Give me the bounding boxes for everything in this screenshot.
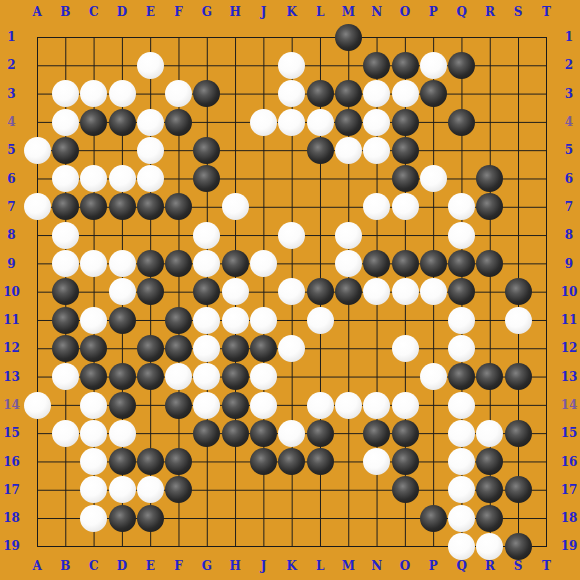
intersection-E19[interactable] [136, 532, 164, 560]
intersection-S1[interactable] [504, 23, 532, 51]
intersection-K7[interactable] [278, 193, 306, 221]
intersection-S8[interactable] [504, 221, 532, 249]
intersection-G11[interactable]: ○ [193, 306, 221, 334]
intersection-E12[interactable]: ● [136, 334, 164, 362]
intersection-M6[interactable] [334, 164, 362, 192]
intersection-T5[interactable] [532, 136, 560, 164]
intersection-T2[interactable] [532, 51, 560, 79]
intersection-A19[interactable] [23, 532, 51, 560]
intersection-N8[interactable] [363, 221, 391, 249]
intersection-L18[interactable] [306, 504, 334, 532]
intersection-O6[interactable]: ● [391, 164, 419, 192]
intersection-F6[interactable] [164, 164, 192, 192]
intersection-C7[interactable]: ● [80, 193, 108, 221]
intersection-K1[interactable] [278, 23, 306, 51]
intersection-M7[interactable] [334, 193, 362, 221]
intersection-T10[interactable] [532, 278, 560, 306]
intersection-R11[interactable] [476, 306, 504, 334]
intersection-O1[interactable] [391, 23, 419, 51]
intersection-H14[interactable]: ● [221, 391, 249, 419]
intersection-A12[interactable] [23, 334, 51, 362]
intersection-B16[interactable] [51, 447, 79, 475]
intersection-F2[interactable] [164, 51, 192, 79]
intersection-D12[interactable] [108, 334, 136, 362]
intersection-Q13[interactable]: ● [447, 363, 475, 391]
intersection-J6[interactable] [249, 164, 277, 192]
intersection-D6[interactable]: ○ [108, 164, 136, 192]
intersection-N3[interactable]: ○ [363, 80, 391, 108]
intersection-L15[interactable]: ● [306, 419, 334, 447]
intersection-J14[interactable]: ○ [249, 391, 277, 419]
intersection-R7[interactable]: ● [476, 193, 504, 221]
intersection-F1[interactable] [164, 23, 192, 51]
intersection-B13[interactable]: ○ [51, 363, 79, 391]
intersection-P16[interactable] [419, 447, 447, 475]
intersection-O7[interactable]: ○ [391, 193, 419, 221]
intersection-J7[interactable] [249, 193, 277, 221]
intersection-P11[interactable] [419, 306, 447, 334]
intersection-M17[interactable] [334, 476, 362, 504]
intersection-P5[interactable] [419, 136, 447, 164]
intersection-F8[interactable] [164, 221, 192, 249]
intersection-T13[interactable] [532, 363, 560, 391]
intersection-O19[interactable] [391, 532, 419, 560]
intersection-Q16[interactable]: ○ [447, 447, 475, 475]
intersection-T16[interactable] [532, 447, 560, 475]
intersection-C5[interactable] [80, 136, 108, 164]
intersection-Q19[interactable]: ○ [447, 532, 475, 560]
intersection-S2[interactable] [504, 51, 532, 79]
intersection-Q6[interactable] [447, 164, 475, 192]
intersection-B6[interactable]: ○ [51, 164, 79, 192]
intersection-L3[interactable]: ● [306, 80, 334, 108]
intersection-P10[interactable]: ○ [419, 278, 447, 306]
intersection-D2[interactable] [108, 51, 136, 79]
intersection-G7[interactable] [193, 193, 221, 221]
intersection-Q18[interactable]: ○ [447, 504, 475, 532]
intersection-G4[interactable] [193, 108, 221, 136]
intersection-J13[interactable]: ○ [249, 363, 277, 391]
intersection-G17[interactable] [193, 476, 221, 504]
intersection-R16[interactable]: ● [476, 447, 504, 475]
intersection-D7[interactable]: ● [108, 193, 136, 221]
intersection-O9[interactable]: ● [391, 249, 419, 277]
intersection-M15[interactable] [334, 419, 362, 447]
intersection-N1[interactable] [363, 23, 391, 51]
intersection-P3[interactable]: ● [419, 80, 447, 108]
intersection-M9[interactable]: ○ [334, 249, 362, 277]
intersection-H5[interactable] [221, 136, 249, 164]
intersection-B7[interactable]: ● [51, 193, 79, 221]
intersection-A7[interactable]: ○ [23, 193, 51, 221]
intersection-J8[interactable] [249, 221, 277, 249]
intersection-K13[interactable] [278, 363, 306, 391]
intersection-B5[interactable]: ● [51, 136, 79, 164]
intersection-K16[interactable]: ● [278, 447, 306, 475]
intersection-C14[interactable]: ○ [80, 391, 108, 419]
intersection-E18[interactable]: ● [136, 504, 164, 532]
intersection-K11[interactable] [278, 306, 306, 334]
intersection-Q9[interactable]: ● [447, 249, 475, 277]
intersection-Q14[interactable]: ○ [447, 391, 475, 419]
intersection-F17[interactable]: ● [164, 476, 192, 504]
intersection-J18[interactable] [249, 504, 277, 532]
intersection-P17[interactable] [419, 476, 447, 504]
intersection-O13[interactable] [391, 363, 419, 391]
intersection-B15[interactable]: ○ [51, 419, 79, 447]
intersection-Q17[interactable]: ○ [447, 476, 475, 504]
intersection-D9[interactable]: ○ [108, 249, 136, 277]
intersection-B8[interactable]: ○ [51, 221, 79, 249]
intersection-P18[interactable]: ● [419, 504, 447, 532]
intersection-B9[interactable]: ○ [51, 249, 79, 277]
intersection-G5[interactable]: ● [193, 136, 221, 164]
intersection-P13[interactable]: ○ [419, 363, 447, 391]
intersection-D14[interactable]: ● [108, 391, 136, 419]
intersection-R10[interactable] [476, 278, 504, 306]
intersection-S19[interactable]: ● [504, 532, 532, 560]
intersection-P8[interactable] [419, 221, 447, 249]
intersection-J15[interactable]: ● [249, 419, 277, 447]
intersection-N14[interactable]: ○ [363, 391, 391, 419]
intersection-F5[interactable] [164, 136, 192, 164]
intersection-S12[interactable] [504, 334, 532, 362]
intersection-E11[interactable] [136, 306, 164, 334]
intersection-J12[interactable]: ● [249, 334, 277, 362]
intersection-H7[interactable]: ○ [221, 193, 249, 221]
intersection-T14[interactable] [532, 391, 560, 419]
intersection-E6[interactable]: ○ [136, 164, 164, 192]
intersection-N7[interactable]: ○ [363, 193, 391, 221]
intersection-M12[interactable] [334, 334, 362, 362]
intersection-Q10[interactable]: ● [447, 278, 475, 306]
intersection-T7[interactable] [532, 193, 560, 221]
intersection-T15[interactable] [532, 419, 560, 447]
intersection-A2[interactable] [23, 51, 51, 79]
intersection-T4[interactable] [532, 108, 560, 136]
intersection-G12[interactable]: ○ [193, 334, 221, 362]
intersection-O15[interactable]: ● [391, 419, 419, 447]
intersection-L1[interactable] [306, 23, 334, 51]
intersection-B10[interactable]: ● [51, 278, 79, 306]
intersection-L2[interactable] [306, 51, 334, 79]
intersection-A17[interactable] [23, 476, 51, 504]
intersection-E8[interactable] [136, 221, 164, 249]
intersection-B19[interactable] [51, 532, 79, 560]
intersection-G16[interactable] [193, 447, 221, 475]
intersection-S17[interactable]: ● [504, 476, 532, 504]
intersection-S11[interactable]: ○ [504, 306, 532, 334]
intersection-Q7[interactable]: ○ [447, 193, 475, 221]
intersection-S4[interactable] [504, 108, 532, 136]
intersection-G6[interactable]: ● [193, 164, 221, 192]
intersection-H2[interactable] [221, 51, 249, 79]
intersection-K3[interactable]: ○ [278, 80, 306, 108]
intersection-L4[interactable]: ○ [306, 108, 334, 136]
intersection-R3[interactable] [476, 80, 504, 108]
intersection-K5[interactable] [278, 136, 306, 164]
intersection-H11[interactable]: ○ [221, 306, 249, 334]
intersection-Q12[interactable]: ○ [447, 334, 475, 362]
intersection-R13[interactable]: ● [476, 363, 504, 391]
intersection-F9[interactable]: ● [164, 249, 192, 277]
intersection-Q1[interactable] [447, 23, 475, 51]
intersection-L6[interactable] [306, 164, 334, 192]
intersection-M1[interactable]: ● [334, 23, 362, 51]
intersection-M4[interactable]: ● [334, 108, 362, 136]
intersection-H15[interactable]: ● [221, 419, 249, 447]
intersection-H17[interactable] [221, 476, 249, 504]
intersection-L12[interactable] [306, 334, 334, 362]
intersection-R19[interactable]: ○ [476, 532, 504, 560]
intersection-T18[interactable] [532, 504, 560, 532]
intersection-C11[interactable]: ○ [80, 306, 108, 334]
intersection-K2[interactable]: ○ [278, 51, 306, 79]
intersection-A4[interactable] [23, 108, 51, 136]
intersection-Q3[interactable] [447, 80, 475, 108]
intersection-S9[interactable] [504, 249, 532, 277]
intersection-N4[interactable]: ○ [363, 108, 391, 136]
intersection-D4[interactable]: ● [108, 108, 136, 136]
intersection-P2[interactable]: ○ [419, 51, 447, 79]
intersection-B12[interactable]: ● [51, 334, 79, 362]
intersection-N13[interactable] [363, 363, 391, 391]
intersection-M19[interactable] [334, 532, 362, 560]
intersection-C10[interactable] [80, 278, 108, 306]
intersection-F3[interactable]: ○ [164, 80, 192, 108]
intersection-C6[interactable]: ○ [80, 164, 108, 192]
intersection-K4[interactable]: ○ [278, 108, 306, 136]
intersection-K12[interactable]: ○ [278, 334, 306, 362]
intersection-N11[interactable] [363, 306, 391, 334]
intersection-K14[interactable] [278, 391, 306, 419]
intersection-O14[interactable]: ○ [391, 391, 419, 419]
intersection-A18[interactable] [23, 504, 51, 532]
intersection-E7[interactable]: ● [136, 193, 164, 221]
intersection-C17[interactable]: ○ [80, 476, 108, 504]
intersection-A10[interactable] [23, 278, 51, 306]
intersection-M2[interactable] [334, 51, 362, 79]
intersection-O12[interactable]: ○ [391, 334, 419, 362]
intersection-Q11[interactable]: ○ [447, 306, 475, 334]
intersection-S7[interactable] [504, 193, 532, 221]
intersection-M11[interactable] [334, 306, 362, 334]
intersection-S16[interactable] [504, 447, 532, 475]
intersection-D10[interactable]: ○ [108, 278, 136, 306]
intersection-P14[interactable] [419, 391, 447, 419]
intersection-F4[interactable]: ● [164, 108, 192, 136]
intersection-O16[interactable]: ● [391, 447, 419, 475]
intersection-C2[interactable] [80, 51, 108, 79]
intersection-M10[interactable]: ● [334, 278, 362, 306]
intersection-R4[interactable] [476, 108, 504, 136]
intersection-J3[interactable] [249, 80, 277, 108]
intersection-F11[interactable]: ● [164, 306, 192, 334]
intersection-C4[interactable]: ● [80, 108, 108, 136]
intersection-T3[interactable] [532, 80, 560, 108]
intersection-L8[interactable] [306, 221, 334, 249]
intersection-Q15[interactable]: ○ [447, 419, 475, 447]
intersection-K19[interactable] [278, 532, 306, 560]
intersection-G10[interactable]: ● [193, 278, 221, 306]
intersection-F14[interactable]: ● [164, 391, 192, 419]
intersection-F7[interactable]: ● [164, 193, 192, 221]
intersection-M16[interactable] [334, 447, 362, 475]
intersection-J1[interactable] [249, 23, 277, 51]
intersection-T1[interactable] [532, 23, 560, 51]
intersection-N9[interactable]: ● [363, 249, 391, 277]
intersection-O11[interactable] [391, 306, 419, 334]
intersection-F12[interactable]: ● [164, 334, 192, 362]
intersection-O17[interactable]: ● [391, 476, 419, 504]
intersection-G19[interactable] [193, 532, 221, 560]
intersection-J17[interactable] [249, 476, 277, 504]
intersection-E4[interactable]: ○ [136, 108, 164, 136]
intersection-S5[interactable] [504, 136, 532, 164]
intersection-A15[interactable] [23, 419, 51, 447]
intersection-G14[interactable]: ○ [193, 391, 221, 419]
intersection-A8[interactable] [23, 221, 51, 249]
intersection-R6[interactable]: ● [476, 164, 504, 192]
intersection-N16[interactable]: ○ [363, 447, 391, 475]
intersection-O4[interactable]: ● [391, 108, 419, 136]
intersection-H16[interactable] [221, 447, 249, 475]
intersection-H18[interactable] [221, 504, 249, 532]
intersection-E2[interactable]: ○ [136, 51, 164, 79]
intersection-A3[interactable] [23, 80, 51, 108]
intersection-E14[interactable] [136, 391, 164, 419]
intersection-D5[interactable] [108, 136, 136, 164]
intersection-B3[interactable]: ○ [51, 80, 79, 108]
intersection-C8[interactable] [80, 221, 108, 249]
intersection-R15[interactable]: ○ [476, 419, 504, 447]
intersection-L11[interactable]: ○ [306, 306, 334, 334]
intersection-Q5[interactable] [447, 136, 475, 164]
intersection-E3[interactable] [136, 80, 164, 108]
intersection-E5[interactable]: ○ [136, 136, 164, 164]
intersection-H8[interactable] [221, 221, 249, 249]
intersection-A11[interactable] [23, 306, 51, 334]
intersection-D17[interactable]: ○ [108, 476, 136, 504]
intersection-O2[interactable]: ● [391, 51, 419, 79]
intersection-A13[interactable] [23, 363, 51, 391]
intersection-M3[interactable]: ● [334, 80, 362, 108]
intersection-F13[interactable]: ○ [164, 363, 192, 391]
intersection-D3[interactable]: ○ [108, 80, 136, 108]
intersection-B2[interactable] [51, 51, 79, 79]
intersection-S13[interactable]: ● [504, 363, 532, 391]
intersection-C16[interactable]: ○ [80, 447, 108, 475]
intersection-E15[interactable] [136, 419, 164, 447]
intersection-R17[interactable]: ● [476, 476, 504, 504]
intersection-D19[interactable] [108, 532, 136, 560]
intersection-D11[interactable]: ● [108, 306, 136, 334]
intersection-J2[interactable] [249, 51, 277, 79]
intersection-N15[interactable]: ● [363, 419, 391, 447]
intersection-P7[interactable] [419, 193, 447, 221]
intersection-D18[interactable]: ● [108, 504, 136, 532]
intersection-B14[interactable] [51, 391, 79, 419]
intersection-S3[interactable] [504, 80, 532, 108]
intersection-A16[interactable] [23, 447, 51, 475]
intersection-E9[interactable]: ● [136, 249, 164, 277]
intersection-Q8[interactable]: ○ [447, 221, 475, 249]
intersection-D8[interactable] [108, 221, 136, 249]
intersection-T8[interactable] [532, 221, 560, 249]
intersection-R2[interactable] [476, 51, 504, 79]
intersection-C19[interactable] [80, 532, 108, 560]
intersection-F15[interactable] [164, 419, 192, 447]
intersection-T6[interactable] [532, 164, 560, 192]
intersection-N2[interactable]: ● [363, 51, 391, 79]
intersection-T12[interactable] [532, 334, 560, 362]
intersection-S18[interactable] [504, 504, 532, 532]
intersection-F18[interactable] [164, 504, 192, 532]
intersection-E16[interactable]: ● [136, 447, 164, 475]
intersection-R14[interactable] [476, 391, 504, 419]
intersection-H19[interactable] [221, 532, 249, 560]
intersection-Q4[interactable]: ● [447, 108, 475, 136]
intersection-L5[interactable]: ● [306, 136, 334, 164]
intersection-P15[interactable] [419, 419, 447, 447]
intersection-J9[interactable]: ○ [249, 249, 277, 277]
intersection-K6[interactable] [278, 164, 306, 192]
intersection-A5[interactable]: ○ [23, 136, 51, 164]
intersection-B17[interactable] [51, 476, 79, 504]
intersection-N12[interactable] [363, 334, 391, 362]
intersection-K17[interactable] [278, 476, 306, 504]
intersection-M13[interactable] [334, 363, 362, 391]
intersection-K15[interactable]: ○ [278, 419, 306, 447]
intersection-C18[interactable]: ○ [80, 504, 108, 532]
intersection-G1[interactable] [193, 23, 221, 51]
intersection-G13[interactable]: ○ [193, 363, 221, 391]
intersection-M5[interactable]: ○ [334, 136, 362, 164]
intersection-C3[interactable]: ○ [80, 80, 108, 108]
intersection-B1[interactable] [51, 23, 79, 51]
intersection-C9[interactable]: ○ [80, 249, 108, 277]
intersection-G15[interactable]: ● [193, 419, 221, 447]
intersection-L16[interactable]: ● [306, 447, 334, 475]
intersection-M14[interactable]: ○ [334, 391, 362, 419]
intersection-R5[interactable] [476, 136, 504, 164]
intersection-E17[interactable]: ○ [136, 476, 164, 504]
intersection-T19[interactable] [532, 532, 560, 560]
intersection-P19[interactable] [419, 532, 447, 560]
intersection-J4[interactable]: ○ [249, 108, 277, 136]
intersection-L19[interactable] [306, 532, 334, 560]
intersection-T17[interactable] [532, 476, 560, 504]
intersection-J10[interactable] [249, 278, 277, 306]
intersection-G2[interactable] [193, 51, 221, 79]
intersection-N18[interactable] [363, 504, 391, 532]
intersection-F16[interactable]: ● [164, 447, 192, 475]
intersection-G18[interactable] [193, 504, 221, 532]
intersection-O18[interactable] [391, 504, 419, 532]
intersection-B11[interactable]: ● [51, 306, 79, 334]
intersection-O8[interactable] [391, 221, 419, 249]
intersection-L7[interactable] [306, 193, 334, 221]
intersection-P4[interactable] [419, 108, 447, 136]
intersection-A6[interactable] [23, 164, 51, 192]
intersection-J5[interactable] [249, 136, 277, 164]
intersection-K18[interactable] [278, 504, 306, 532]
intersection-O3[interactable]: ○ [391, 80, 419, 108]
intersection-R9[interactable]: ● [476, 249, 504, 277]
intersection-S14[interactable] [504, 391, 532, 419]
intersection-A1[interactable] [23, 23, 51, 51]
intersection-F10[interactable] [164, 278, 192, 306]
